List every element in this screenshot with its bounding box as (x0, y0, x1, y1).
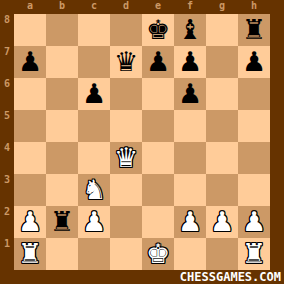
piece-white-pawn: ♟ (174, 206, 206, 238)
file-label-d: d (110, 0, 142, 14)
square-b1[interactable] (46, 238, 78, 270)
file-label-b: b (46, 0, 78, 14)
rank-label-6: 6 (0, 78, 14, 110)
square-h8[interactable]: ♜ (238, 14, 270, 46)
square-g2[interactable]: ♟ (206, 206, 238, 238)
square-f2[interactable]: ♟ (174, 206, 206, 238)
chess-board: ♚♝♜♟♛♟♟♟♟♟♛♞♟♜♟♟♟♟♜♚♜ (14, 14, 270, 270)
piece-black-pawn: ♟ (142, 46, 174, 78)
piece-black-pawn: ♟ (14, 46, 46, 78)
square-b7[interactable] (46, 46, 78, 78)
square-e6[interactable] (142, 78, 174, 110)
square-f1[interactable] (174, 238, 206, 270)
piece-white-knight: ♞ (78, 174, 110, 206)
piece-white-king: ♚ (142, 238, 174, 270)
rank-label-1: 1 (0, 238, 14, 270)
piece-black-queen: ♛ (110, 46, 142, 78)
square-c3[interactable]: ♞ (78, 174, 110, 206)
site-logo: CHESSGAMES.COM (180, 270, 281, 284)
square-g1[interactable] (206, 238, 238, 270)
square-h5[interactable] (238, 110, 270, 142)
piece-black-pawn: ♟ (174, 46, 206, 78)
rank-label-5: 5 (0, 110, 14, 142)
piece-white-pawn: ♟ (78, 206, 110, 238)
rank-labels: 87654321 (0, 14, 14, 270)
square-b4[interactable] (46, 142, 78, 174)
square-d7[interactable]: ♛ (110, 46, 142, 78)
square-f3[interactable] (174, 174, 206, 206)
piece-white-pawn: ♟ (238, 206, 270, 238)
square-e7[interactable]: ♟ (142, 46, 174, 78)
square-f7[interactable]: ♟ (174, 46, 206, 78)
rank-label-8: 8 (0, 14, 14, 46)
square-a8[interactable] (14, 14, 46, 46)
square-a2[interactable]: ♟ (14, 206, 46, 238)
square-d8[interactable] (110, 14, 142, 46)
piece-white-rook: ♜ (14, 238, 46, 270)
square-g5[interactable] (206, 110, 238, 142)
piece-white-pawn: ♟ (206, 206, 238, 238)
piece-black-pawn: ♟ (238, 46, 270, 78)
square-h3[interactable] (238, 174, 270, 206)
piece-black-pawn: ♟ (174, 78, 206, 110)
file-label-f: f (174, 0, 206, 14)
square-a6[interactable] (14, 78, 46, 110)
file-labels: abcdefgh (14, 0, 270, 14)
piece-black-bishop: ♝ (174, 14, 206, 46)
square-d1[interactable] (110, 238, 142, 270)
square-b8[interactable] (46, 14, 78, 46)
square-d3[interactable] (110, 174, 142, 206)
square-d2[interactable] (110, 206, 142, 238)
square-c4[interactable] (78, 142, 110, 174)
square-f8[interactable]: ♝ (174, 14, 206, 46)
square-c2[interactable]: ♟ (78, 206, 110, 238)
square-e4[interactable] (142, 142, 174, 174)
square-g8[interactable] (206, 14, 238, 46)
square-g4[interactable] (206, 142, 238, 174)
square-h2[interactable]: ♟ (238, 206, 270, 238)
square-c1[interactable] (78, 238, 110, 270)
square-g3[interactable] (206, 174, 238, 206)
square-h6[interactable] (238, 78, 270, 110)
square-e2[interactable] (142, 206, 174, 238)
square-a7[interactable]: ♟ (14, 46, 46, 78)
file-label-e: e (142, 0, 174, 14)
piece-black-pawn: ♟ (78, 78, 110, 110)
square-a3[interactable] (14, 174, 46, 206)
square-g7[interactable] (206, 46, 238, 78)
square-h4[interactable] (238, 142, 270, 174)
square-b3[interactable] (46, 174, 78, 206)
file-label-g: g (206, 0, 238, 14)
piece-white-queen: ♛ (110, 142, 142, 174)
square-e8[interactable]: ♚ (142, 14, 174, 46)
square-g6[interactable] (206, 78, 238, 110)
square-b5[interactable] (46, 110, 78, 142)
square-e1[interactable]: ♚ (142, 238, 174, 270)
piece-black-rook: ♜ (46, 206, 78, 238)
square-b2[interactable]: ♜ (46, 206, 78, 238)
square-a4[interactable] (14, 142, 46, 174)
square-e5[interactable] (142, 110, 174, 142)
square-a5[interactable] (14, 110, 46, 142)
square-h7[interactable]: ♟ (238, 46, 270, 78)
rank-label-3: 3 (0, 174, 14, 206)
file-label-c: c (78, 0, 110, 14)
square-d4[interactable]: ♛ (110, 142, 142, 174)
file-label-a: a (14, 0, 46, 14)
square-f6[interactable]: ♟ (174, 78, 206, 110)
piece-black-king: ♚ (142, 14, 174, 46)
piece-white-rook: ♜ (238, 238, 270, 270)
square-d5[interactable] (110, 110, 142, 142)
square-c5[interactable] (78, 110, 110, 142)
chess-diagram: abcdefgh 87654321 ♚♝♜♟♛♟♟♟♟♟♛♞♟♜♟♟♟♟♜♚♜ … (0, 0, 284, 284)
square-c7[interactable] (78, 46, 110, 78)
square-f5[interactable] (174, 110, 206, 142)
square-c6[interactable]: ♟ (78, 78, 110, 110)
square-b6[interactable] (46, 78, 78, 110)
piece-black-rook: ♜ (238, 14, 270, 46)
square-h1[interactable]: ♜ (238, 238, 270, 270)
rank-label-4: 4 (0, 142, 14, 174)
file-label-h: h (238, 0, 270, 14)
rank-label-2: 2 (0, 206, 14, 238)
piece-white-pawn: ♟ (14, 206, 46, 238)
square-f4[interactable] (174, 142, 206, 174)
square-e3[interactable] (142, 174, 174, 206)
rank-label-7: 7 (0, 46, 14, 78)
square-a1[interactable]: ♜ (14, 238, 46, 270)
square-c8[interactable] (78, 14, 110, 46)
square-d6[interactable] (110, 78, 142, 110)
